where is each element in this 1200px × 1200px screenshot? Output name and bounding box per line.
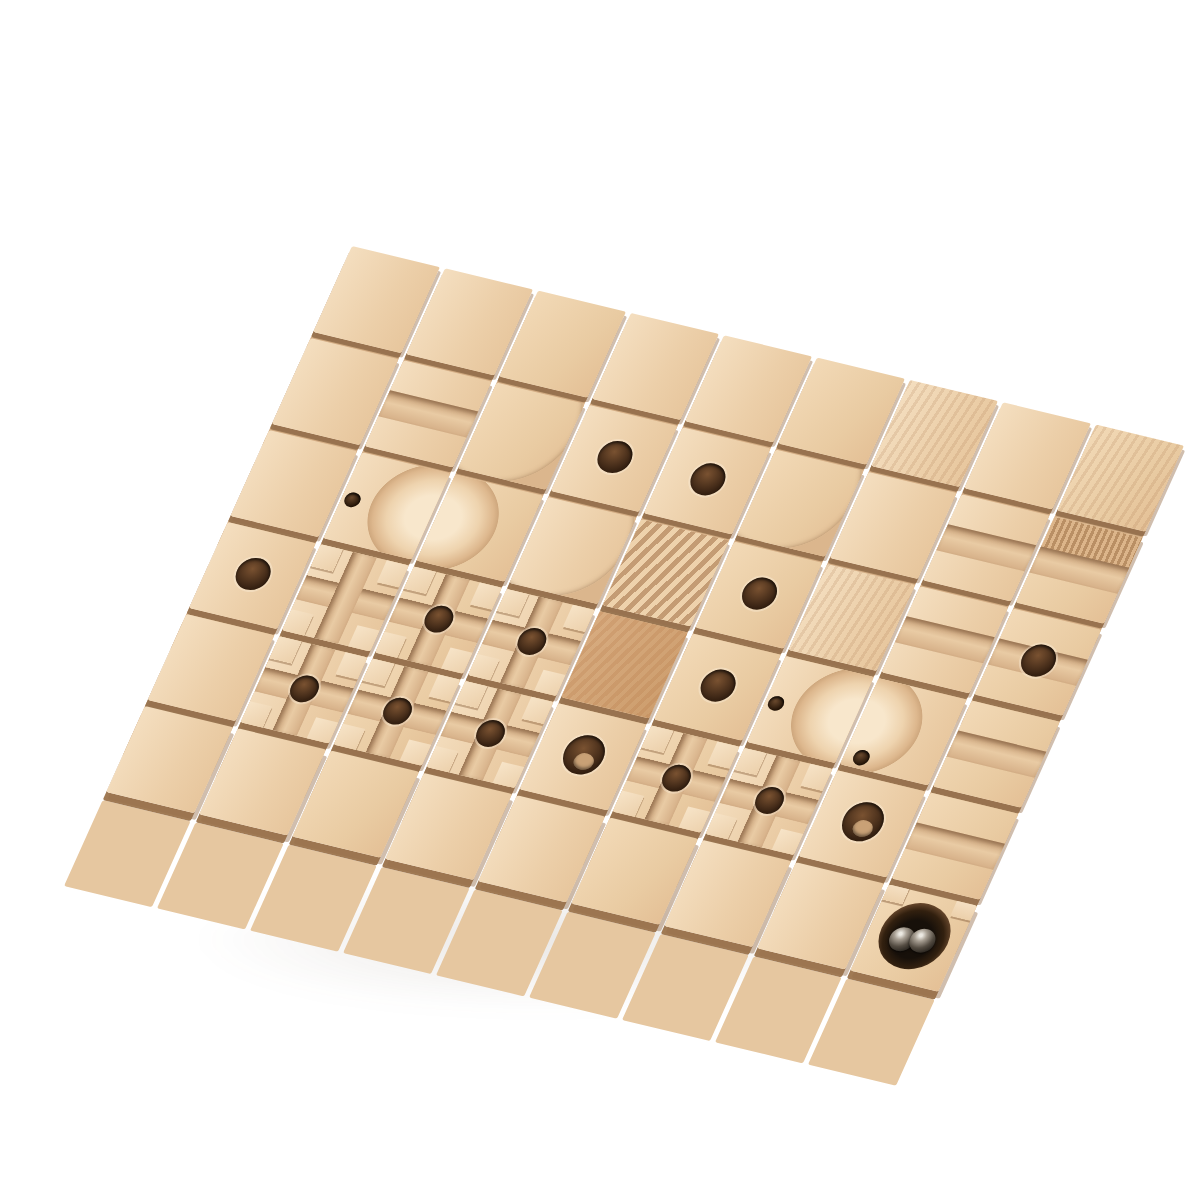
tab-feature xyxy=(706,812,738,841)
hole-feature xyxy=(737,574,783,613)
groove-feature xyxy=(893,616,996,664)
groove-feature xyxy=(377,390,480,438)
hole-feature xyxy=(685,460,731,499)
hole-feature xyxy=(695,666,741,705)
tab-feature xyxy=(334,723,366,752)
hole-feature xyxy=(592,438,638,477)
tab-feature xyxy=(495,589,529,616)
tab-feature xyxy=(361,659,395,686)
product-photo-stage xyxy=(0,0,1200,1200)
notch-feature xyxy=(880,885,911,904)
tab-feature xyxy=(522,695,554,724)
tab-feature xyxy=(454,681,488,708)
tab-feature xyxy=(613,790,645,819)
tab-feature xyxy=(429,673,461,702)
tab-feature xyxy=(375,631,407,660)
tab-feature xyxy=(402,567,436,594)
tab-feature xyxy=(563,603,595,632)
tab-feature xyxy=(733,748,767,775)
tab-feature xyxy=(708,740,740,769)
tab-feature xyxy=(640,726,674,753)
groove-feature xyxy=(903,822,1006,870)
tab-feature xyxy=(268,636,302,663)
tab-feature xyxy=(427,745,459,774)
tab-feature xyxy=(470,581,502,610)
tab-feature xyxy=(468,653,500,682)
tab-feature xyxy=(377,558,409,587)
tab-feature xyxy=(282,608,314,637)
tab-feature xyxy=(309,544,343,571)
tab-feature xyxy=(336,650,368,679)
tab-feature xyxy=(241,700,273,729)
tab-feature xyxy=(801,762,833,791)
groove-feature xyxy=(935,524,1038,572)
groove-feature xyxy=(945,730,1048,778)
hole-feature xyxy=(230,555,276,594)
